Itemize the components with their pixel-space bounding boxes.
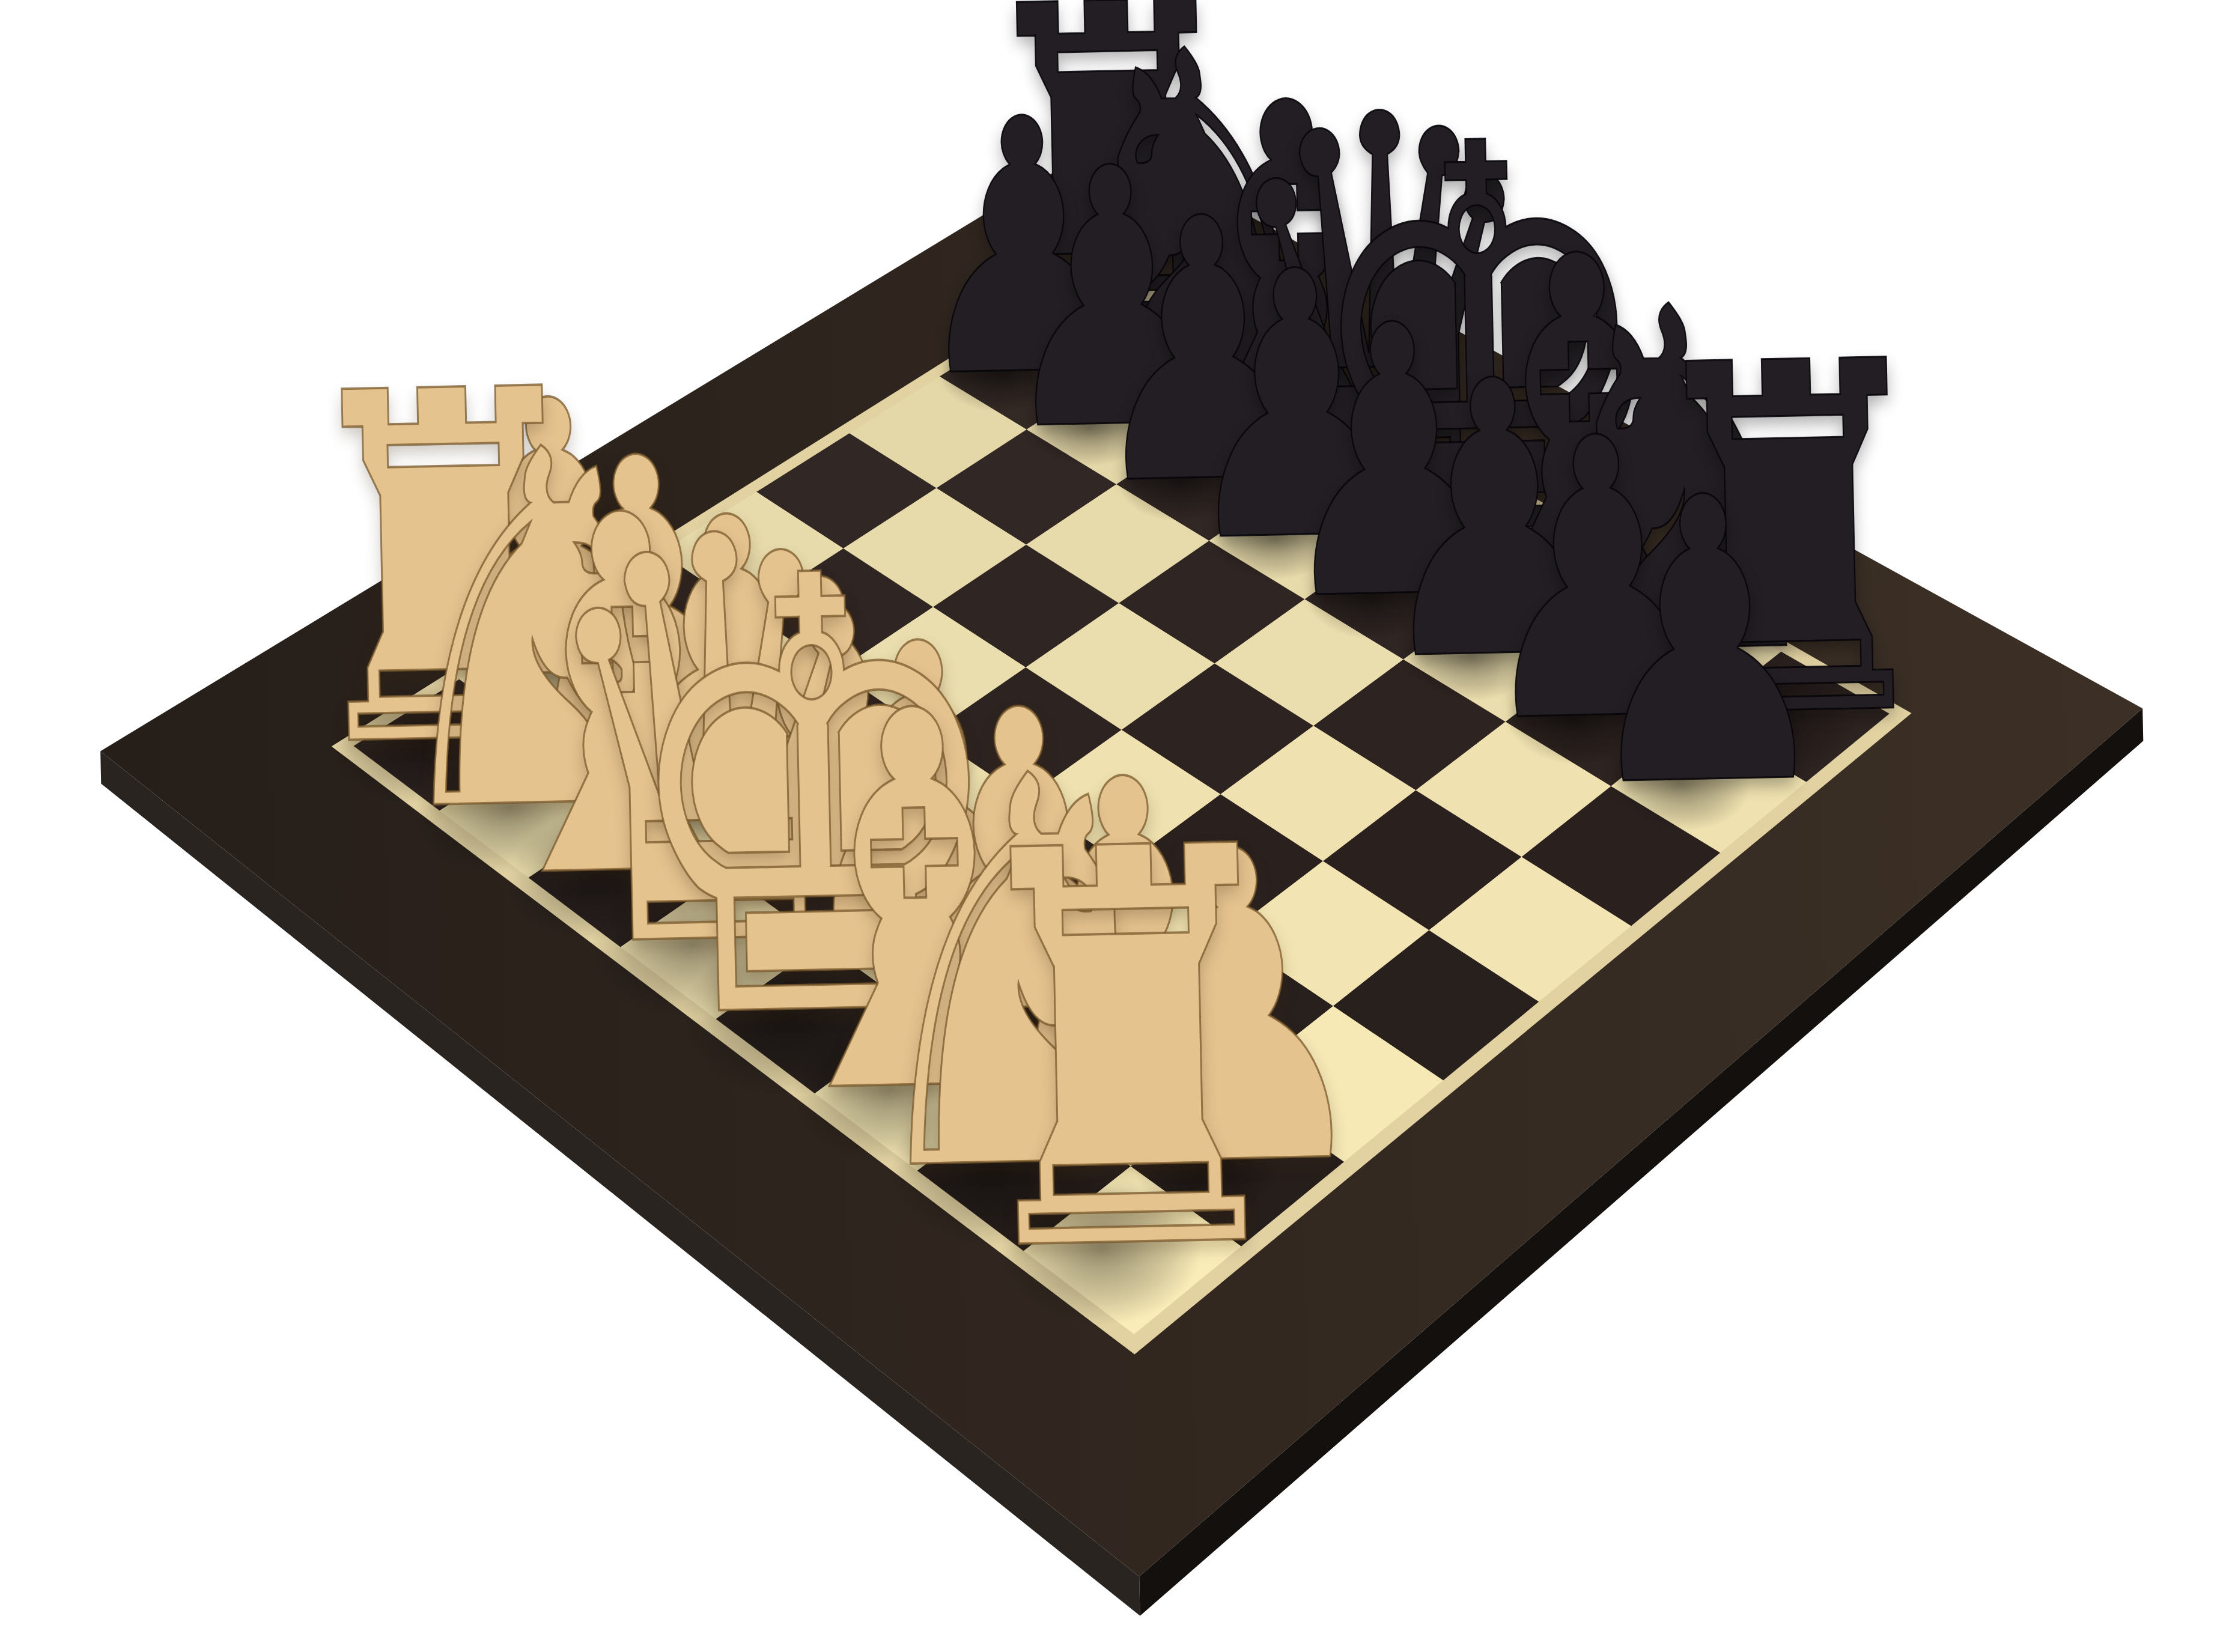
pieces-layer: ♜♞♟♝♟♛♟♚♟♝♟♞♟♟♜♟♟♜♟♟♞♟♝♟♛♟♚♟♝♟♞♜ bbox=[0, 0, 2238, 1652]
product-photo-scene: ♜♞♟♝♟♛♟♚♟♝♟♞♟♟♜♟♟♜♟♟♞♟♝♟♛♟♚♟♝♟♞♜ bbox=[0, 0, 2238, 1652]
black-pawn-h7[interactable]: ♟ bbox=[1572, 445, 1839, 842]
white-rook-h1[interactable]: ♜ bbox=[942, 777, 1315, 1328]
